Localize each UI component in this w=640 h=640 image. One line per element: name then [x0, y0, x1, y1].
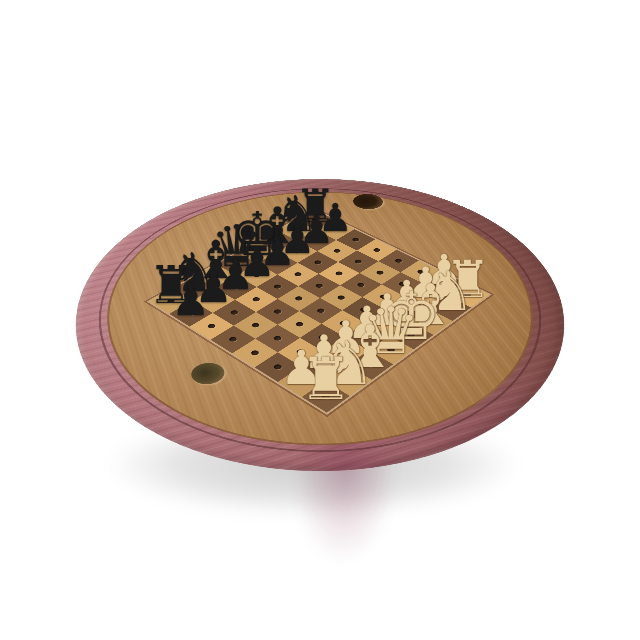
pieces-layer: ♜♞♝♛♚♝♞♜♟♟♟♟♟♟♟♟♟♟♟♟♟♟♟♟♜♞♝♛♚♝♞♜	[0, 0, 640, 640]
piece-black-pawn-a7[interactable]: ♟	[172, 279, 211, 322]
piece-white-rook-a1[interactable]: ♜	[300, 350, 352, 408]
photo-scene: ♜♞♝♛♚♝♞♜♟♟♟♟♟♟♟♟♟♟♟♟♟♟♟♟♜♞♝♛♚♝♞♜	[0, 0, 640, 640]
